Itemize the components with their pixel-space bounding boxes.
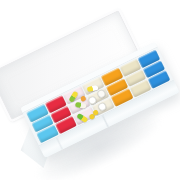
product-photo [0, 0, 180, 180]
